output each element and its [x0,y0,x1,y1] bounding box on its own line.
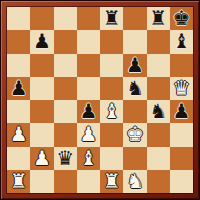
square-f7[interactable] [123,30,146,53]
square-f6[interactable]: ♟ [123,54,146,77]
square-d8[interactable] [77,7,100,30]
piece-white-bishop[interactable]: ♝ [103,100,121,123]
square-c7[interactable] [54,30,77,53]
square-g3[interactable] [147,123,170,146]
piece-black-pawn[interactable]: ♟ [79,100,97,123]
piece-black-pawn[interactable]: ♟ [172,100,190,123]
square-f5[interactable]: ♞ [123,77,146,100]
piece-black-knight[interactable]: ♞ [149,100,167,123]
square-a1[interactable]: ♜ [7,170,30,193]
piece-white-pawn[interactable]: ♟ [79,123,97,146]
square-b5[interactable] [30,77,53,100]
square-a8[interactable] [7,7,30,30]
chessboard: ♜♜♚♟♝♟♟♞♛♟♝♞♟♟♟♚♟♛♝♜♜♞ [7,7,193,193]
piece-black-king[interactable]: ♚ [172,7,190,30]
square-e2[interactable] [100,147,123,170]
square-c3[interactable] [54,123,77,146]
piece-black-knight[interactable]: ♞ [126,77,144,100]
square-b3[interactable] [30,123,53,146]
square-d4[interactable]: ♟ [77,100,100,123]
piece-black-rook[interactable]: ♜ [103,7,121,30]
square-d1[interactable] [77,170,100,193]
square-c6[interactable] [54,54,77,77]
square-e6[interactable] [100,54,123,77]
square-h8[interactable]: ♚ [170,7,193,30]
square-e7[interactable] [100,30,123,53]
piece-white-rook[interactable]: ♜ [103,170,121,193]
square-f1[interactable]: ♞ [123,170,146,193]
square-a5[interactable]: ♟ [7,77,30,100]
square-b4[interactable] [30,100,53,123]
piece-black-bishop[interactable]: ♝ [172,30,190,53]
square-h3[interactable] [170,123,193,146]
piece-white-queen[interactable]: ♛ [172,77,190,100]
chessboard-frame: ♜♜♚♟♝♟♟♞♛♟♝♞♟♟♟♚♟♛♝♜♜♞ [0,0,200,200]
square-g1[interactable] [147,170,170,193]
square-e4[interactable]: ♝ [100,100,123,123]
piece-black-pawn[interactable]: ♟ [33,30,51,53]
square-e3[interactable] [100,123,123,146]
piece-black-rook[interactable]: ♜ [149,7,167,30]
square-a3[interactable]: ♟ [7,123,30,146]
square-g6[interactable] [147,54,170,77]
square-e8[interactable]: ♜ [100,7,123,30]
square-c5[interactable] [54,77,77,100]
piece-black-pawn[interactable]: ♟ [10,77,28,100]
square-h5[interactable]: ♛ [170,77,193,100]
square-d3[interactable]: ♟ [77,123,100,146]
square-h1[interactable] [170,170,193,193]
piece-white-pawn[interactable]: ♟ [33,147,51,170]
square-a2[interactable] [7,147,30,170]
piece-white-pawn[interactable]: ♟ [10,123,28,146]
piece-white-rook[interactable]: ♜ [10,170,28,193]
square-b6[interactable] [30,54,53,77]
square-a6[interactable] [7,54,30,77]
piece-white-king[interactable]: ♚ [126,123,144,146]
square-d2[interactable]: ♝ [77,147,100,170]
square-c2[interactable]: ♛ [54,147,77,170]
square-f4[interactable] [123,100,146,123]
square-e1[interactable]: ♜ [100,170,123,193]
square-d5[interactable] [77,77,100,100]
square-d7[interactable] [77,30,100,53]
square-f2[interactable] [123,147,146,170]
square-f8[interactable] [123,7,146,30]
piece-black-queen[interactable]: ♛ [56,147,74,170]
piece-black-pawn[interactable]: ♟ [126,54,144,77]
square-b7[interactable]: ♟ [30,30,53,53]
square-c1[interactable] [54,170,77,193]
square-b2[interactable]: ♟ [30,147,53,170]
square-g8[interactable]: ♜ [147,7,170,30]
piece-white-knight[interactable]: ♞ [126,170,144,193]
square-c4[interactable] [54,100,77,123]
square-h6[interactable] [170,54,193,77]
square-h7[interactable]: ♝ [170,30,193,53]
piece-white-bishop[interactable]: ♝ [79,147,97,170]
square-b8[interactable] [30,7,53,30]
square-b1[interactable] [30,170,53,193]
square-h2[interactable] [170,147,193,170]
square-f3[interactable]: ♚ [123,123,146,146]
square-e5[interactable] [100,77,123,100]
square-h4[interactable]: ♟ [170,100,193,123]
square-g5[interactable] [147,77,170,100]
square-g7[interactable] [147,30,170,53]
square-a7[interactable] [7,30,30,53]
square-c8[interactable] [54,7,77,30]
square-d6[interactable] [77,54,100,77]
square-g2[interactable] [147,147,170,170]
square-g4[interactable]: ♞ [147,100,170,123]
square-a4[interactable] [7,100,30,123]
